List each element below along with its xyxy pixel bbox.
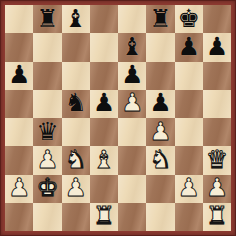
board-frame: ♜♝♜♚♝♟♟♟♟♞♟♟♟♛♟♟♞♝♞♛♟♚♟♟♟♜♜ xyxy=(0,0,236,236)
square-d4[interactable] xyxy=(90,118,118,146)
square-f7[interactable] xyxy=(146,33,174,61)
white-rook-piece: ♜ xyxy=(93,203,115,228)
square-b1[interactable] xyxy=(33,203,61,231)
square-g3[interactable] xyxy=(175,146,203,174)
square-f5[interactable]: ♟ xyxy=(146,90,174,118)
square-a5[interactable] xyxy=(5,90,33,118)
square-b5[interactable] xyxy=(33,90,61,118)
square-d7[interactable] xyxy=(90,33,118,61)
black-bishop-piece: ♝ xyxy=(64,6,86,31)
white-pawn-piece: ♟ xyxy=(121,90,143,115)
black-knight-piece: ♞ xyxy=(64,90,86,115)
square-b4[interactable]: ♛ xyxy=(33,118,61,146)
square-d2[interactable] xyxy=(90,175,118,203)
square-a1[interactable] xyxy=(5,203,33,231)
white-knight-piece: ♞ xyxy=(149,147,171,172)
square-e4[interactable] xyxy=(118,118,146,146)
square-b7[interactable] xyxy=(33,33,61,61)
chess-board: ♜♝♜♚♝♟♟♟♟♞♟♟♟♛♟♟♞♝♞♛♟♚♟♟♟♜♜ xyxy=(5,5,231,231)
square-e3[interactable] xyxy=(118,146,146,174)
square-c4[interactable] xyxy=(62,118,90,146)
square-h4[interactable] xyxy=(203,118,231,146)
white-pawn-piece: ♟ xyxy=(149,119,171,144)
square-f1[interactable] xyxy=(146,203,174,231)
black-pawn-piece: ♟ xyxy=(149,90,171,115)
square-h2[interactable]: ♟ xyxy=(203,175,231,203)
square-f4[interactable]: ♟ xyxy=(146,118,174,146)
square-a7[interactable] xyxy=(5,33,33,61)
square-f3[interactable]: ♞ xyxy=(146,146,174,174)
square-g1[interactable] xyxy=(175,203,203,231)
square-d8[interactable] xyxy=(90,5,118,33)
square-e5[interactable]: ♟ xyxy=(118,90,146,118)
square-h8[interactable] xyxy=(203,5,231,33)
square-d3[interactable]: ♝ xyxy=(90,146,118,174)
square-c7[interactable] xyxy=(62,33,90,61)
square-c3[interactable]: ♞ xyxy=(62,146,90,174)
white-pawn-piece: ♟ xyxy=(8,175,30,200)
black-queen-piece: ♛ xyxy=(36,119,58,144)
black-king-piece: ♚ xyxy=(177,6,199,31)
square-g4[interactable] xyxy=(175,118,203,146)
square-h7[interactable]: ♟ xyxy=(203,33,231,61)
square-a3[interactable] xyxy=(5,146,33,174)
white-pawn-piece: ♟ xyxy=(64,175,86,200)
black-pawn-piece: ♟ xyxy=(93,90,115,115)
square-f6[interactable] xyxy=(146,62,174,90)
square-e2[interactable] xyxy=(118,175,146,203)
square-a8[interactable] xyxy=(5,5,33,33)
black-rook-piece: ♜ xyxy=(36,6,58,31)
square-g7[interactable]: ♟ xyxy=(175,33,203,61)
square-e1[interactable] xyxy=(118,203,146,231)
square-c2[interactable]: ♟ xyxy=(62,175,90,203)
black-pawn-piece: ♟ xyxy=(206,34,228,59)
square-c1[interactable] xyxy=(62,203,90,231)
white-pawn-piece: ♟ xyxy=(206,175,228,200)
white-queen-piece: ♛ xyxy=(206,147,228,172)
square-g5[interactable] xyxy=(175,90,203,118)
square-d1[interactable]: ♜ xyxy=(90,203,118,231)
square-a2[interactable]: ♟ xyxy=(5,175,33,203)
white-knight-piece: ♞ xyxy=(64,147,86,172)
white-pawn-piece: ♟ xyxy=(177,175,199,200)
square-h5[interactable] xyxy=(203,90,231,118)
square-f8[interactable]: ♜ xyxy=(146,5,174,33)
black-pawn-piece: ♟ xyxy=(8,62,30,87)
square-h3[interactable]: ♛ xyxy=(203,146,231,174)
square-d5[interactable]: ♟ xyxy=(90,90,118,118)
square-a4[interactable] xyxy=(5,118,33,146)
square-g2[interactable]: ♟ xyxy=(175,175,203,203)
square-e7[interactable]: ♝ xyxy=(118,33,146,61)
white-bishop-piece: ♝ xyxy=(93,147,115,172)
black-rook-piece: ♜ xyxy=(149,6,171,31)
square-b8[interactable]: ♜ xyxy=(33,5,61,33)
square-b6[interactable] xyxy=(33,62,61,90)
white-pawn-piece: ♟ xyxy=(36,147,58,172)
square-c6[interactable] xyxy=(62,62,90,90)
square-h6[interactable] xyxy=(203,62,231,90)
square-c8[interactable]: ♝ xyxy=(62,5,90,33)
square-b3[interactable]: ♟ xyxy=(33,146,61,174)
square-f2[interactable] xyxy=(146,175,174,203)
square-a6[interactable]: ♟ xyxy=(5,62,33,90)
square-b2[interactable]: ♚ xyxy=(33,175,61,203)
black-pawn-piece: ♟ xyxy=(177,34,199,59)
square-e6[interactable]: ♟ xyxy=(118,62,146,90)
square-g6[interactable] xyxy=(175,62,203,90)
square-h1[interactable]: ♜ xyxy=(203,203,231,231)
square-c5[interactable]: ♞ xyxy=(62,90,90,118)
white-king-piece: ♚ xyxy=(36,175,58,200)
white-rook-piece: ♜ xyxy=(206,203,228,228)
black-bishop-piece: ♝ xyxy=(121,34,143,59)
square-e8[interactable] xyxy=(118,5,146,33)
square-g8[interactable]: ♚ xyxy=(175,5,203,33)
square-d6[interactable] xyxy=(90,62,118,90)
black-pawn-piece: ♟ xyxy=(121,62,143,87)
